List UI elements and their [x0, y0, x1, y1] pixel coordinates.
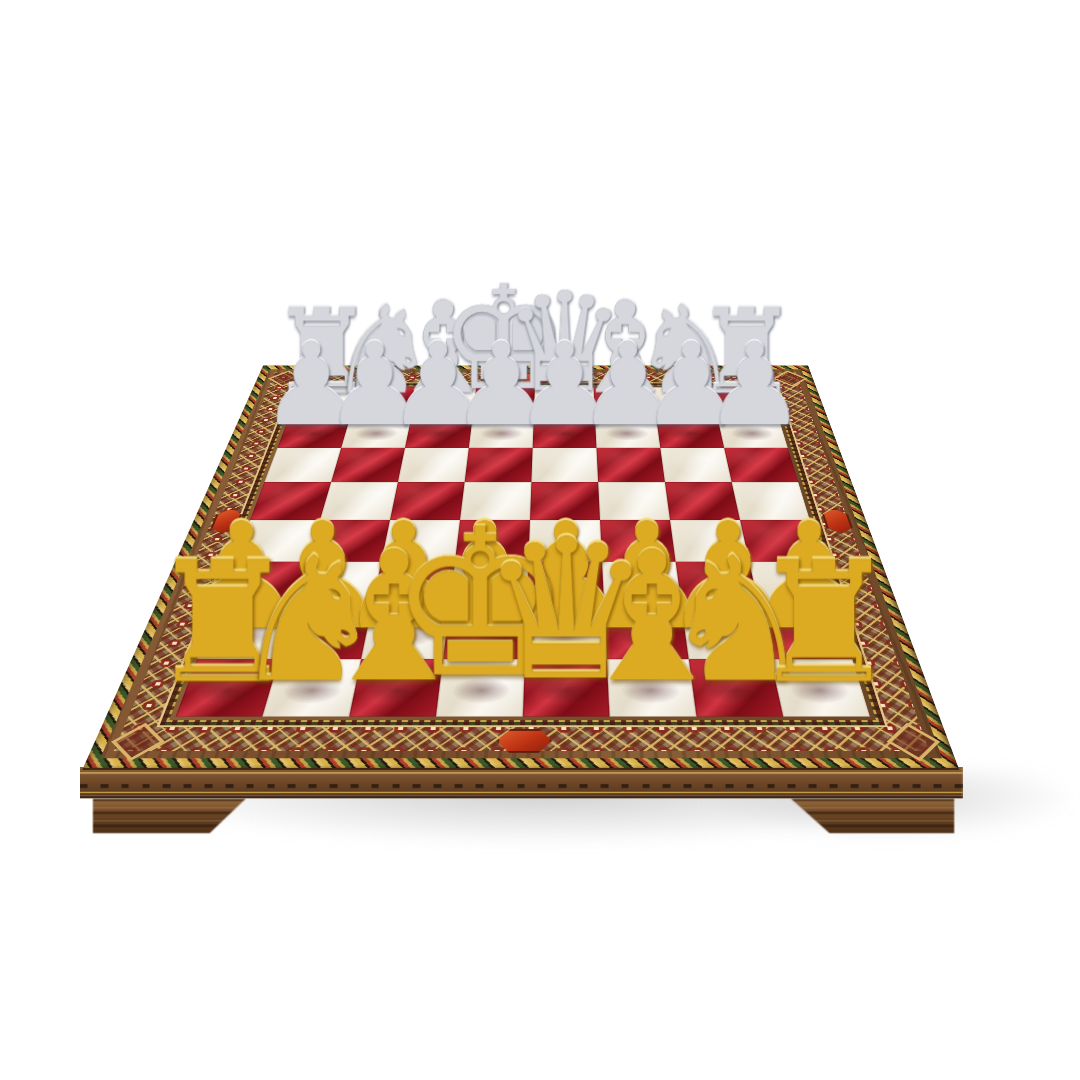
gold-rook[interactable]: ♜: [771, 659, 871, 717]
square-c2[interactable]: [595, 416, 660, 448]
square-b3[interactable]: [660, 448, 731, 482]
gold-rook-glyph: ♜: [695, 539, 953, 706]
square-c1[interactable]: [594, 387, 657, 416]
square-f1[interactable]: [412, 387, 477, 416]
front-right-foot: [790, 798, 954, 833]
square-b1[interactable]: [652, 387, 717, 416]
square-f2[interactable]: [405, 416, 473, 448]
square-g1[interactable]: [350, 387, 417, 416]
chess-board: ♜♞♝♚♛♝♞♜♟♟♟♟♟♟♟♟♟♟♟♟♟♟♟♟♜♞♝♚♛♝♞♜: [83, 366, 959, 768]
square-g3[interactable]: [331, 448, 405, 482]
square-d2[interactable]: [533, 416, 597, 448]
square-a1[interactable]: [711, 387, 778, 416]
square-c3[interactable]: [596, 448, 664, 482]
board-front-edge: [80, 767, 963, 798]
square-e3[interactable]: [465, 448, 533, 482]
front-left-foot: [93, 798, 247, 833]
square-a2[interactable]: [717, 416, 788, 448]
square-a3[interactable]: [724, 448, 798, 482]
square-d3[interactable]: [531, 448, 598, 482]
square-f3[interactable]: [398, 448, 469, 482]
square-d1[interactable]: [534, 387, 595, 416]
square-h1[interactable]: [289, 387, 359, 416]
chess-set-photo: ♜♞♝♚♛♝♞♜♟♟♟♟♟♟♟♟♟♟♟♟♟♟♟♟♜♞♝♚♛♝♞♜: [0, 0, 1080, 1080]
square-b2[interactable]: [656, 416, 724, 448]
square-h2[interactable]: [277, 416, 350, 448]
square-g2[interactable]: [341, 416, 411, 448]
perspective-container: ♜♞♝♚♛♝♞♜♟♟♟♟♟♟♟♟♟♟♟♟♟♟♟♟♜♞♝♚♛♝♞♜: [0, 0, 1080, 1080]
square-e2[interactable]: [469, 416, 534, 448]
square-h3[interactable]: [264, 448, 341, 482]
square-e1[interactable]: [473, 387, 535, 416]
